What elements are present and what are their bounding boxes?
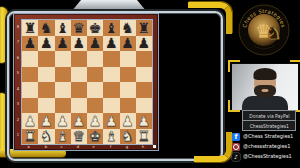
square-e5[interactable] xyxy=(87,67,103,83)
white-queen-d1[interactable]: ♛ xyxy=(73,129,86,143)
white-pawn-h2[interactable]: ♟ xyxy=(138,114,151,128)
white-pawn-b2[interactable]: ♟ xyxy=(40,114,53,128)
square-e8[interactable]: ♚ xyxy=(87,20,103,36)
square-b7[interactable]: ♟ xyxy=(38,36,54,52)
black-bishop-f8[interactable]: ♝ xyxy=(105,21,118,35)
rank-label-2: 2 xyxy=(14,112,21,128)
black-pawn-f7[interactable]: ♟ xyxy=(105,36,118,50)
file-labels: abcdefgh xyxy=(21,143,151,150)
square-h3[interactable] xyxy=(136,98,152,114)
file-label-f: f xyxy=(102,143,118,150)
file-label-c: c xyxy=(54,143,70,150)
square-c6[interactable] xyxy=(55,51,71,67)
file-label-h: h xyxy=(135,143,151,150)
white-knight-b1[interactable]: ♞ xyxy=(40,129,53,143)
square-a1[interactable]: ♜ xyxy=(22,129,38,145)
facebook-icon: f xyxy=(232,133,240,141)
black-bishop-c8[interactable]: ♝ xyxy=(56,21,69,35)
square-g4[interactable] xyxy=(120,82,136,98)
square-d1[interactable]: ♛ xyxy=(71,129,87,145)
square-b4[interactable] xyxy=(38,82,54,98)
square-g7[interactable]: ♟ xyxy=(120,36,136,52)
square-b2[interactable]: ♟ xyxy=(38,113,54,129)
black-rook-a8[interactable]: ♜ xyxy=(24,21,37,35)
square-d6[interactable] xyxy=(71,51,87,67)
square-f5[interactable] xyxy=(103,67,119,83)
square-a7[interactable]: ♟ xyxy=(22,36,38,52)
black-pawn-a7[interactable]: ♟ xyxy=(24,36,37,50)
square-f4[interactable] xyxy=(103,82,119,98)
square-c8[interactable]: ♝ xyxy=(55,20,71,36)
square-e6[interactable] xyxy=(87,51,103,67)
square-d3[interactable] xyxy=(71,98,87,114)
rank-label-3: 3 xyxy=(14,97,21,113)
rank-label-6: 6 xyxy=(14,50,21,66)
chess-board: 87654321 ♜♞♝♛♚♝♞♜♟♟♟♟♟♟♟♟♟♟♟♟♟♟♟♟♜♞♝♛♚♝♞… xyxy=(13,13,159,151)
donation-line2: ChessStrategies1 xyxy=(249,123,288,128)
square-f7[interactable]: ♟ xyxy=(103,36,119,52)
square-g5[interactable] xyxy=(120,67,136,83)
square-h5[interactable] xyxy=(136,67,152,83)
square-f8[interactable]: ♝ xyxy=(103,20,119,36)
instagram-icon xyxy=(232,143,240,151)
square-b6[interactable] xyxy=(38,51,54,67)
square-g8[interactable]: ♞ xyxy=(120,20,136,36)
file-label-b: b xyxy=(37,143,53,150)
square-d8[interactable]: ♛ xyxy=(71,20,87,36)
square-h4[interactable] xyxy=(136,82,152,98)
file-label-d: d xyxy=(70,143,86,150)
file-label-e: e xyxy=(86,143,102,150)
white-pawn-d2[interactable]: ♟ xyxy=(73,114,86,128)
black-knight-g8[interactable]: ♞ xyxy=(121,21,134,35)
square-a2[interactable]: ♟ xyxy=(22,113,38,129)
square-h2[interactable]: ♟ xyxy=(136,113,152,129)
square-f2[interactable]: ♟ xyxy=(103,113,119,129)
black-pawn-g7[interactable]: ♟ xyxy=(121,36,134,50)
square-a5[interactable] xyxy=(22,67,38,83)
social-row-facebook: f @Chess Strategies1 xyxy=(232,132,298,141)
file-label-g: g xyxy=(119,143,135,150)
square-b8[interactable]: ♞ xyxy=(38,20,54,36)
webcam-feed xyxy=(231,63,299,111)
square-a3[interactable] xyxy=(22,98,38,114)
square-c1[interactable]: ♝ xyxy=(55,129,71,145)
square-d7[interactable]: ♟ xyxy=(71,36,87,52)
square-f1[interactable]: ♝ xyxy=(103,129,119,145)
board-corner-dot xyxy=(153,145,156,148)
square-e2[interactable]: ♟ xyxy=(87,113,103,129)
streamer-eye-left xyxy=(257,78,259,80)
square-h8[interactable]: ♜ xyxy=(136,20,152,36)
social-row-tiktok: ♪ @ChessStrategies1 xyxy=(232,152,298,161)
logo-knight-icon: ♞ xyxy=(265,21,282,43)
square-e3[interactable] xyxy=(87,98,103,114)
black-pawn-e7[interactable]: ♟ xyxy=(89,36,102,50)
square-h1[interactable]: ♜ xyxy=(136,129,152,145)
square-a8[interactable]: ♜ xyxy=(22,20,38,36)
facebook-handle: @Chess Strategies1 xyxy=(243,134,244,140)
square-f6[interactable] xyxy=(103,51,119,67)
square-c3[interactable] xyxy=(55,98,71,114)
square-d4[interactable] xyxy=(71,82,87,98)
square-e4[interactable] xyxy=(87,82,103,98)
black-rook-h8[interactable]: ♜ xyxy=(138,21,151,35)
square-e7[interactable]: ♟ xyxy=(87,36,103,52)
rank-label-1: 1 xyxy=(14,128,21,144)
streamer-mouth xyxy=(262,89,269,92)
square-h7[interactable]: ♟ xyxy=(136,36,152,52)
square-g1[interactable]: ♞ xyxy=(120,129,136,145)
channel-logo: ♛ ♞ Chess Strategies · · · · · · · · xyxy=(238,4,290,56)
rank-label-4: 4 xyxy=(14,81,21,97)
white-knight-g1[interactable]: ♞ xyxy=(121,129,134,143)
square-f3[interactable] xyxy=(103,98,119,114)
instagram-handle: @chessstrategies1 xyxy=(243,144,244,150)
streamer-torso xyxy=(242,96,288,111)
rank-label-8: 8 xyxy=(14,19,21,35)
black-king-e8[interactable]: ♚ xyxy=(89,21,102,35)
square-c2[interactable]: ♟ xyxy=(55,113,71,129)
rank-label-7: 7 xyxy=(14,35,21,51)
black-queen-d8[interactable]: ♛ xyxy=(73,21,86,35)
black-knight-b8[interactable]: ♞ xyxy=(40,21,53,35)
square-a4[interactable] xyxy=(22,82,38,98)
square-b1[interactable]: ♞ xyxy=(38,129,54,145)
square-g3[interactable] xyxy=(120,98,136,114)
board-squares: ♜♞♝♛♚♝♞♜♟♟♟♟♟♟♟♟♟♟♟♟♟♟♟♟♜♞♝♛♚♝♞♜ xyxy=(21,19,153,145)
square-b5[interactable] xyxy=(38,67,54,83)
black-pawn-d7[interactable]: ♟ xyxy=(73,36,86,50)
square-e1[interactable]: ♚ xyxy=(87,129,103,145)
square-g6[interactable] xyxy=(120,51,136,67)
white-pawn-e2[interactable]: ♟ xyxy=(89,114,102,128)
white-bishop-c1[interactable]: ♝ xyxy=(56,129,69,143)
rank-labels: 87654321 xyxy=(14,19,21,143)
square-a6[interactable] xyxy=(22,51,38,67)
white-rook-h1[interactable]: ♜ xyxy=(138,129,151,143)
square-d2[interactable]: ♟ xyxy=(71,113,87,129)
rank-label-5: 5 xyxy=(14,66,21,82)
black-pawn-h7[interactable]: ♟ xyxy=(138,36,151,50)
webcam-bracket-bottom-left xyxy=(228,100,240,112)
black-pawn-b7[interactable]: ♟ xyxy=(40,36,53,50)
square-c7[interactable]: ♟ xyxy=(55,36,71,52)
white-pawn-a2[interactable]: ♟ xyxy=(24,114,37,128)
white-pawn-g2[interactable]: ♟ xyxy=(121,114,134,128)
square-h6[interactable] xyxy=(136,51,152,67)
square-c5[interactable] xyxy=(55,67,71,83)
donation-box-handle: ChessStrategies1 xyxy=(242,120,296,131)
streamer-eye-right xyxy=(266,78,268,80)
white-rook-a1[interactable]: ♜ xyxy=(24,129,37,143)
gold-corner-bottom-right xyxy=(194,132,232,162)
tiktok-handle: @ChessStrategies1 xyxy=(243,154,244,160)
white-pawn-f2[interactable]: ♟ xyxy=(105,114,118,128)
white-pawn-c2[interactable]: ♟ xyxy=(56,114,69,128)
square-g2[interactable]: ♟ xyxy=(120,113,136,129)
webcam-bracket-top-right xyxy=(290,60,300,72)
tiktok-icon: ♪ xyxy=(232,153,240,161)
black-pawn-c7[interactable]: ♟ xyxy=(56,36,69,50)
social-row-instagram: @chessstrategies1 xyxy=(232,142,298,151)
webcam-bracket-top-left xyxy=(228,60,240,72)
square-c4[interactable] xyxy=(55,82,71,98)
white-bishop-f1[interactable]: ♝ xyxy=(105,129,118,143)
stream-overlay: 87654321 ♜♞♝♛♚♝♞♜♟♟♟♟♟♟♟♟♟♟♟♟♟♟♟♟♜♞♝♛♚♝♞… xyxy=(0,0,300,168)
square-d5[interactable] xyxy=(71,67,87,83)
donation-line1: Donate via PayPal xyxy=(249,113,289,118)
gold-corner-top-right xyxy=(188,2,232,34)
white-king-e1[interactable]: ♚ xyxy=(89,129,102,143)
file-label-a: a xyxy=(21,143,37,150)
square-b3[interactable] xyxy=(38,98,54,114)
